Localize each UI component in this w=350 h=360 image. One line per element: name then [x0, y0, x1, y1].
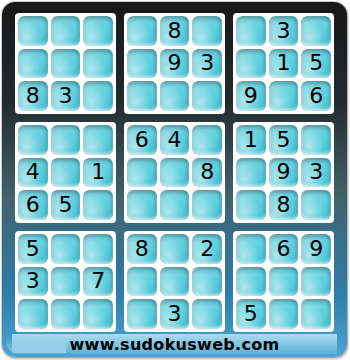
cell-r3c8[interactable]: [269, 81, 299, 111]
box-9: 695: [233, 231, 334, 332]
cell-r3c3[interactable]: [83, 81, 113, 111]
cell-r1c7[interactable]: [236, 16, 266, 46]
cell-r5c6[interactable]: 8: [192, 158, 222, 188]
cell-r2c6[interactable]: 3: [192, 49, 222, 79]
cell-r2c8[interactable]: 1: [269, 49, 299, 79]
cell-r6c8[interactable]: 8: [269, 190, 299, 220]
cell-r8c5[interactable]: [160, 267, 190, 297]
cell-r7c2[interactable]: [51, 234, 81, 264]
cell-r9c4[interactable]: [127, 299, 157, 329]
cell-r3c4[interactable]: [127, 81, 157, 111]
cell-r7c7[interactable]: [236, 234, 266, 264]
cell-r7c9[interactable]: 9: [301, 234, 331, 264]
cell-r3c9[interactable]: 6: [301, 81, 331, 111]
cell-r9c5[interactable]: 3: [160, 299, 190, 329]
cell-r9c2[interactable]: [51, 299, 81, 329]
cell-r7c5[interactable]: [160, 234, 190, 264]
cell-r4c2[interactable]: [51, 125, 81, 155]
cell-r7c4[interactable]: 8: [127, 234, 157, 264]
website-link[interactable]: www.sudokusweb.com: [69, 335, 279, 354]
cell-r3c6[interactable]: [192, 81, 222, 111]
cell-r8c3[interactable]: 7: [83, 267, 113, 297]
cell-r8c7[interactable]: [236, 267, 266, 297]
cell-r3c7[interactable]: 9: [236, 81, 266, 111]
box-7: 537: [15, 231, 116, 332]
cell-r8c6[interactable]: [192, 267, 222, 297]
box-5: 648: [124, 122, 225, 223]
cell-r5c3[interactable]: 1: [83, 158, 113, 188]
cell-r1c3[interactable]: [83, 16, 113, 46]
sudoku-board: 8389331596416564815938537823695: [15, 13, 334, 332]
cell-r8c4[interactable]: [127, 267, 157, 297]
cell-r2c1[interactable]: [18, 49, 48, 79]
cell-r4c8[interactable]: 5: [269, 125, 299, 155]
sudoku-page: 8389331596416564815938537823695 www.sudo…: [0, 0, 350, 360]
cell-r7c1[interactable]: 5: [18, 234, 48, 264]
cell-r7c6[interactable]: 2: [192, 234, 222, 264]
box-2: 893: [124, 13, 225, 114]
cell-r6c4[interactable]: [127, 190, 157, 220]
cell-r3c1[interactable]: 8: [18, 81, 48, 111]
cell-r6c1[interactable]: 6: [18, 190, 48, 220]
cell-r6c5[interactable]: [160, 190, 190, 220]
cell-r9c8[interactable]: [269, 299, 299, 329]
cell-r9c3[interactable]: [83, 299, 113, 329]
cell-r6c3[interactable]: [83, 190, 113, 220]
cell-r6c6[interactable]: [192, 190, 222, 220]
cell-r1c1[interactable]: [18, 16, 48, 46]
box-8: 823: [124, 231, 225, 332]
cell-r2c2[interactable]: [51, 49, 81, 79]
cell-r9c1[interactable]: [18, 299, 48, 329]
cell-r1c2[interactable]: [51, 16, 81, 46]
cell-r9c7[interactable]: 5: [236, 299, 266, 329]
cell-r7c3[interactable]: [83, 234, 113, 264]
cell-r8c1[interactable]: 3: [18, 267, 48, 297]
cell-r1c6[interactable]: [192, 16, 222, 46]
box-3: 31596: [233, 13, 334, 114]
box-1: 83: [15, 13, 116, 114]
cell-r2c9[interactable]: 5: [301, 49, 331, 79]
cell-r6c2[interactable]: 5: [51, 190, 81, 220]
cell-r4c4[interactable]: 6: [127, 125, 157, 155]
footer-band: www.sudokusweb.com: [12, 334, 337, 354]
box-6: 15938: [233, 122, 334, 223]
cell-r5c8[interactable]: 9: [269, 158, 299, 188]
cell-r5c1[interactable]: 4: [18, 158, 48, 188]
cell-r1c8[interactable]: 3: [269, 16, 299, 46]
cell-r5c4[interactable]: [127, 158, 157, 188]
cell-r4c9[interactable]: [301, 125, 331, 155]
cell-r9c9[interactable]: [301, 299, 331, 329]
cell-r6c7[interactable]: [236, 190, 266, 220]
cell-r8c9[interactable]: [301, 267, 331, 297]
cell-r2c7[interactable]: [236, 49, 266, 79]
cell-r3c5[interactable]: [160, 81, 190, 111]
cell-r8c2[interactable]: [51, 267, 81, 297]
cell-r4c1[interactable]: [18, 125, 48, 155]
cell-r6c9[interactable]: [301, 190, 331, 220]
cell-r4c3[interactable]: [83, 125, 113, 155]
cell-r1c4[interactable]: [127, 16, 157, 46]
board-frame: 8389331596416564815938537823695 www.sudo…: [2, 2, 347, 357]
cell-r4c5[interactable]: 4: [160, 125, 190, 155]
cell-r2c3[interactable]: [83, 49, 113, 79]
cell-r1c5[interactable]: 8: [160, 16, 190, 46]
cell-r9c6[interactable]: [192, 299, 222, 329]
cell-r5c5[interactable]: [160, 158, 190, 188]
cell-r4c7[interactable]: 1: [236, 125, 266, 155]
box-4: 4165: [15, 122, 116, 223]
cell-r1c9[interactable]: [301, 16, 331, 46]
cell-r4c6[interactable]: [192, 125, 222, 155]
cell-r5c2[interactable]: [51, 158, 81, 188]
cell-r3c2[interactable]: 3: [51, 81, 81, 111]
cell-r7c8[interactable]: 6: [269, 234, 299, 264]
cell-r2c4[interactable]: [127, 49, 157, 79]
cell-r8c8[interactable]: [269, 267, 299, 297]
cell-r5c9[interactable]: 3: [301, 158, 331, 188]
cell-r2c5[interactable]: 9: [160, 49, 190, 79]
cell-r5c7[interactable]: [236, 158, 266, 188]
